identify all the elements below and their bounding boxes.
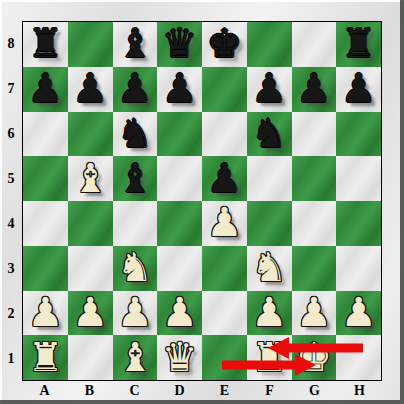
square-c2[interactable]: ♟ [113, 291, 158, 336]
square-b2[interactable]: ♟ [68, 291, 113, 336]
white-pawn-e4[interactable]: ♟ [206, 202, 242, 242]
square-e1[interactable] [202, 335, 247, 380]
white-pawn-a2[interactable]: ♟ [27, 292, 63, 332]
rank-label-3: 3 [0, 246, 22, 291]
file-label-c: C [112, 381, 157, 401]
file-labels: ABCDEFGH [22, 381, 382, 401]
square-f1[interactable]: ♜ [247, 335, 292, 380]
black-pawn-d7[interactable]: ♟ [162, 68, 198, 108]
square-a7[interactable]: ♟ [23, 67, 68, 112]
square-c5[interactable]: ♝ [113, 156, 158, 201]
black-pawn-g7[interactable]: ♟ [296, 68, 332, 108]
square-c3[interactable]: ♞ [113, 246, 158, 291]
black-pawn-e5[interactable]: ♟ [206, 158, 242, 198]
file-label-f: F [247, 381, 292, 401]
square-e7[interactable] [202, 67, 247, 112]
square-a6[interactable] [23, 112, 68, 157]
square-d2[interactable]: ♟ [157, 291, 202, 336]
chessboard-screenshot: 87654321 ♜♝♛♚♜♟♟♟♟♟♟♟♞♞♝♝♟♟♞♞♟♟♟♟♟♟♟♜♝♛♜… [0, 0, 404, 404]
black-rook-h8[interactable]: ♜ [341, 23, 377, 63]
square-f5[interactable] [247, 156, 292, 201]
square-h2[interactable]: ♟ [336, 291, 381, 336]
rank-label-8: 8 [0, 21, 22, 66]
square-c6[interactable]: ♞ [113, 112, 158, 157]
square-b1[interactable] [68, 335, 113, 380]
rank-label-2: 2 [0, 291, 22, 336]
square-f8[interactable] [247, 22, 292, 67]
square-a2[interactable]: ♟ [23, 291, 68, 336]
white-bishop-b5[interactable]: ♝ [72, 158, 108, 198]
rank-label-6: 6 [0, 111, 22, 156]
square-a3[interactable] [23, 246, 68, 291]
rank-label-4: 4 [0, 201, 22, 246]
square-e6[interactable] [202, 112, 247, 157]
square-d5[interactable] [157, 156, 202, 201]
black-pawn-a7[interactable]: ♟ [27, 68, 63, 108]
square-h7[interactable]: ♟ [336, 67, 381, 112]
rank-label-7: 7 [0, 66, 22, 111]
rank-label-1: 1 [0, 336, 22, 381]
white-pawn-g2[interactable]: ♟ [296, 292, 332, 332]
square-b6[interactable] [68, 112, 113, 157]
square-e3[interactable] [202, 246, 247, 291]
rank-label-5: 5 [0, 156, 22, 201]
white-pawn-c2[interactable]: ♟ [117, 292, 153, 332]
black-queen-d8[interactable]: ♛ [162, 23, 198, 63]
square-b8[interactable] [68, 22, 113, 67]
square-b3[interactable] [68, 246, 113, 291]
black-bishop-c5[interactable]: ♝ [117, 158, 153, 198]
rank-labels: 87654321 [0, 21, 22, 381]
square-h4[interactable] [336, 201, 381, 246]
white-pawn-b2[interactable]: ♟ [72, 292, 108, 332]
file-label-b: B [67, 381, 112, 401]
square-h8[interactable]: ♜ [336, 22, 381, 67]
square-f7[interactable]: ♟ [247, 67, 292, 112]
square-f6[interactable]: ♞ [247, 112, 292, 157]
square-g1[interactable]: ♚ [292, 335, 337, 380]
white-pawn-f2[interactable]: ♟ [251, 292, 287, 332]
file-label-e: E [202, 381, 247, 401]
file-label-h: H [337, 381, 382, 401]
file-label-g: G [292, 381, 337, 401]
square-d6[interactable] [157, 112, 202, 157]
square-g7[interactable]: ♟ [292, 67, 337, 112]
white-rook-f1[interactable]: ♜ [251, 337, 287, 377]
square-b5[interactable]: ♝ [68, 156, 113, 201]
square-c8[interactable]: ♝ [113, 22, 158, 67]
square-g5[interactable] [292, 156, 337, 201]
white-rook-a1[interactable]: ♜ [27, 337, 63, 377]
square-f3[interactable]: ♞ [247, 246, 292, 291]
white-king-g1[interactable]: ♚ [296, 337, 332, 377]
black-pawn-b7[interactable]: ♟ [72, 68, 108, 108]
file-label-a: A [22, 381, 67, 401]
square-g4[interactable] [292, 201, 337, 246]
white-pawn-h2[interactable]: ♟ [341, 292, 377, 332]
square-e4[interactable]: ♟ [202, 201, 247, 246]
square-c4[interactable] [113, 201, 158, 246]
square-g3[interactable] [292, 246, 337, 291]
square-d1[interactable]: ♛ [157, 335, 202, 380]
square-d7[interactable]: ♟ [157, 67, 202, 112]
square-a4[interactable] [23, 201, 68, 246]
square-b7[interactable]: ♟ [68, 67, 113, 112]
square-e8[interactable]: ♚ [202, 22, 247, 67]
black-rook-a8[interactable]: ♜ [27, 23, 63, 63]
white-pawn-d2[interactable]: ♟ [162, 292, 198, 332]
black-pawn-f7[interactable]: ♟ [251, 68, 287, 108]
square-h5[interactable] [336, 156, 381, 201]
square-h3[interactable] [336, 246, 381, 291]
square-h6[interactable] [336, 112, 381, 157]
square-e5[interactable]: ♟ [202, 156, 247, 201]
square-f2[interactable]: ♟ [247, 291, 292, 336]
black-king-e8[interactable]: ♚ [206, 23, 242, 63]
square-g6[interactable] [292, 112, 337, 157]
square-h1[interactable] [336, 335, 381, 380]
square-e2[interactable] [202, 291, 247, 336]
black-knight-f6[interactable]: ♞ [251, 113, 287, 153]
board: ♜♝♛♚♜♟♟♟♟♟♟♟♞♞♝♝♟♟♞♞♟♟♟♟♟♟♟♜♝♛♜♚ [22, 21, 382, 381]
square-d4[interactable] [157, 201, 202, 246]
square-c1[interactable]: ♝ [113, 335, 158, 380]
square-f4[interactable] [247, 201, 292, 246]
white-knight-f3[interactable]: ♞ [251, 247, 287, 287]
file-label-d: D [157, 381, 202, 401]
square-a8[interactable]: ♜ [23, 22, 68, 67]
black-knight-c6[interactable]: ♞ [117, 113, 153, 153]
white-queen-d1[interactable]: ♛ [162, 337, 198, 377]
black-pawn-h7[interactable]: ♟ [341, 68, 377, 108]
black-bishop-c8[interactable]: ♝ [117, 23, 153, 63]
square-g8[interactable] [292, 22, 337, 67]
square-d8[interactable]: ♛ [157, 22, 202, 67]
white-bishop-c1[interactable]: ♝ [117, 337, 153, 377]
square-d3[interactable] [157, 246, 202, 291]
square-g2[interactable]: ♟ [292, 291, 337, 336]
black-pawn-c7[interactable]: ♟ [117, 68, 153, 108]
square-c7[interactable]: ♟ [113, 67, 158, 112]
square-a5[interactable] [23, 156, 68, 201]
square-b4[interactable] [68, 201, 113, 246]
white-knight-c3[interactable]: ♞ [117, 247, 153, 287]
square-a1[interactable]: ♜ [23, 335, 68, 380]
